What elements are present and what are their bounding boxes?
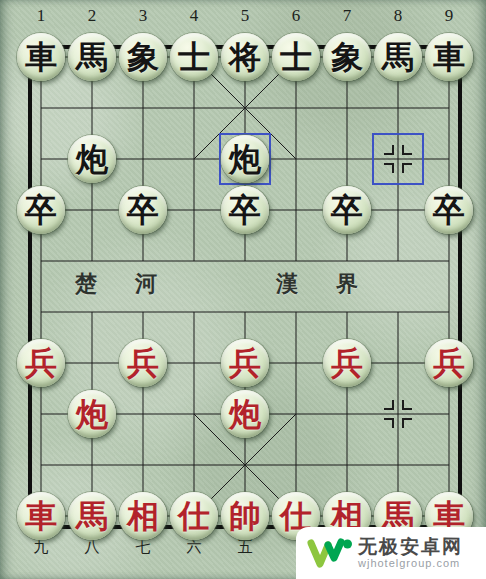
column-label: 7 [343, 7, 352, 24]
piece-glyph: 仕 [178, 500, 210, 532]
black-soldier[interactable]: 卒 [119, 186, 167, 234]
piece-glyph: 兵 [25, 347, 57, 379]
column-label: 4 [190, 7, 199, 24]
black-soldier[interactable]: 卒 [221, 186, 269, 234]
piece-glyph: 象 [331, 41, 363, 73]
river-label-right: 漢界 [276, 269, 396, 299]
red-soldier[interactable]: 兵 [323, 339, 371, 387]
black-cannon[interactable]: 炮 [68, 135, 116, 183]
black-horse[interactable]: 馬 [68, 33, 116, 81]
red-soldier[interactable]: 兵 [425, 339, 473, 387]
black-soldier[interactable]: 卒 [323, 186, 371, 234]
column-label: 1 [37, 7, 46, 24]
black-soldier[interactable]: 卒 [17, 186, 65, 234]
piece-glyph: 炮 [76, 398, 108, 430]
piece-glyph: 車 [25, 41, 57, 73]
red-advisor[interactable]: 仕 [170, 492, 218, 540]
column-label: 六 [187, 540, 202, 555]
piece-glyph: 炮 [229, 143, 261, 175]
watermark-site-url: wjhotelgroup.com [358, 557, 463, 569]
piece-glyph: 馬 [382, 41, 414, 73]
column-label: 八 [85, 540, 100, 555]
black-chariot[interactable]: 車 [17, 33, 65, 81]
piece-glyph: 馬 [76, 41, 108, 73]
piece-glyph: 卒 [331, 194, 363, 226]
red-general[interactable]: 帥 [221, 492, 269, 540]
column-label: 9 [445, 7, 454, 24]
column-label: 3 [139, 7, 148, 24]
column-label: 6 [292, 7, 301, 24]
black-cannon[interactable]: 炮 [221, 135, 269, 183]
red-chariot[interactable]: 車 [17, 492, 65, 540]
black-soldier[interactable]: 卒 [425, 186, 473, 234]
piece-glyph: 相 [127, 500, 159, 532]
piece-glyph: 卒 [229, 194, 261, 226]
piece-glyph: 車 [25, 500, 57, 532]
piece-glyph: 馬 [76, 500, 108, 532]
red-soldier[interactable]: 兵 [221, 339, 269, 387]
red-horse[interactable]: 馬 [68, 492, 116, 540]
red-cannon[interactable]: 炮 [221, 390, 269, 438]
piece-glyph: 兵 [127, 347, 159, 379]
black-chariot[interactable]: 車 [425, 33, 473, 81]
column-label: 5 [241, 7, 250, 24]
black-elephant[interactable]: 象 [323, 33, 371, 81]
piece-glyph: 車 [433, 41, 465, 73]
piece-glyph: 卒 [433, 194, 465, 226]
column-label: 8 [394, 7, 403, 24]
xiangqi-board[interactable]: 123456789 九八七六五 楚河 漢界 車馬象士将士象馬車炮炮卒卒卒卒卒兵兵… [0, 0, 486, 579]
column-label: 九 [34, 540, 49, 555]
column-label: 五 [238, 540, 253, 555]
river-label-left: 楚河 [75, 269, 195, 299]
column-label: 七 [136, 540, 151, 555]
black-general[interactable]: 将 [221, 33, 269, 81]
column-label: 2 [88, 7, 97, 24]
red-soldier[interactable]: 兵 [119, 339, 167, 387]
piece-glyph: 兵 [433, 347, 465, 379]
black-advisor[interactable]: 士 [170, 33, 218, 81]
black-horse[interactable]: 馬 [374, 33, 422, 81]
piece-glyph: 帥 [229, 500, 261, 532]
piece-glyph: 卒 [25, 194, 57, 226]
piece-glyph: 炮 [229, 398, 261, 430]
black-advisor[interactable]: 士 [272, 33, 320, 81]
red-soldier[interactable]: 兵 [17, 339, 65, 387]
watermark-logo-icon [306, 535, 352, 571]
watermark-site-name: 无极安卓网 [358, 537, 463, 558]
piece-glyph: 将 [229, 41, 261, 73]
red-cannon[interactable]: 炮 [68, 390, 116, 438]
piece-glyph: 象 [127, 41, 159, 73]
piece-glyph: 士 [280, 41, 312, 73]
watermark: 无极安卓网 wjhotelgroup.com [296, 527, 486, 579]
piece-glyph: 兵 [331, 347, 363, 379]
black-elephant[interactable]: 象 [119, 33, 167, 81]
piece-glyph: 炮 [76, 143, 108, 175]
piece-glyph: 卒 [127, 194, 159, 226]
piece-glyph: 兵 [229, 347, 261, 379]
red-elephant[interactable]: 相 [119, 492, 167, 540]
piece-glyph: 士 [178, 41, 210, 73]
